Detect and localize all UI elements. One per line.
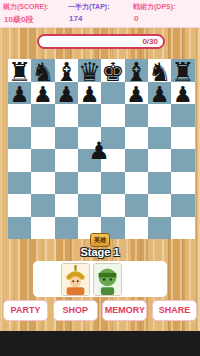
- black-knight[interactable]: ♞: [148, 62, 171, 82]
- footer-buttons: PARTY SHOP MEMORY SHARE: [0, 300, 200, 321]
- black-bishop[interactable]: ♝: [125, 62, 148, 82]
- black-pawn[interactable]: ♟: [56, 85, 76, 104]
- stat-score-value: 10級0段: [3, 14, 68, 25]
- hero-card-samurai[interactable]: [61, 263, 90, 296]
- board-cell: [8, 217, 31, 240]
- board-cell: ♟: [78, 82, 101, 105]
- board-cell: [148, 149, 171, 172]
- hero-badge[interactable]: 英雄: [90, 233, 110, 247]
- board-cell: [55, 194, 78, 217]
- board-cell: ♜: [171, 59, 194, 82]
- board-cell: [8, 149, 31, 172]
- board-cell: [55, 149, 78, 172]
- board-cell: ♞: [148, 59, 171, 82]
- board-cell: ♟: [148, 82, 171, 105]
- game-screen: 棋力(SCORE): 10級0段 一手力(TAP): 174 戦術力(DPS):…: [0, 0, 200, 356]
- board-cell: [78, 194, 101, 217]
- board-cell: [148, 194, 171, 217]
- stat-tap-label: 一手力(TAP):: [68, 2, 133, 12]
- ninja-icon: [94, 264, 121, 295]
- black-bishop[interactable]: ♝: [55, 62, 78, 82]
- party-button[interactable]: PARTY: [3, 300, 48, 321]
- board-cell: [125, 217, 148, 240]
- stage-label: Stage 1: [0, 246, 200, 258]
- board-cell: [31, 172, 54, 195]
- board-cell: [101, 104, 124, 127]
- board-cell: ♟: [125, 82, 148, 105]
- black-pawn[interactable]: ♟: [126, 85, 146, 104]
- board-cell: [55, 104, 78, 127]
- board-cell: [171, 217, 194, 240]
- progress-bar: 0/30: [37, 34, 165, 49]
- board-cell: ♝: [125, 59, 148, 82]
- advancing-black-pawn[interactable]: ♟: [88, 139, 110, 163]
- board-cell: [8, 194, 31, 217]
- board-cell: [101, 172, 124, 195]
- board-cell: ♟: [55, 82, 78, 105]
- black-pawn[interactable]: ♟: [173, 85, 193, 104]
- board-cell: [171, 104, 194, 127]
- board-cell: [171, 149, 194, 172]
- black-rook[interactable]: ♜: [171, 62, 194, 82]
- board-cell: [31, 217, 54, 240]
- board-cell: [101, 194, 124, 217]
- stat-dps-value: 0: [133, 14, 198, 23]
- black-knight[interactable]: ♞: [31, 62, 54, 82]
- board-cell: ♞: [31, 59, 54, 82]
- board-cell: ♟: [8, 82, 31, 105]
- stat-score: 棋力(SCORE): 10級0段: [3, 2, 68, 27]
- board-cell: [8, 172, 31, 195]
- board-cell: [148, 217, 171, 240]
- ad-banner: [0, 331, 200, 356]
- board-cell: ♛: [78, 59, 101, 82]
- board-cell: [101, 82, 124, 105]
- board-cell: ♝: [55, 59, 78, 82]
- memory-button[interactable]: MEMORY: [102, 300, 147, 321]
- black-rook[interactable]: ♜: [8, 62, 31, 82]
- stat-score-label: 棋力(SCORE):: [3, 2, 68, 12]
- progress-text: 0/30: [142, 36, 158, 47]
- board-cell: [125, 172, 148, 195]
- black-pawn[interactable]: ♟: [33, 85, 53, 104]
- black-pawn[interactable]: ♟: [80, 85, 100, 104]
- board-cell: [55, 172, 78, 195]
- black-queen[interactable]: ♛: [78, 62, 101, 82]
- board-cell: [148, 127, 171, 150]
- board-cell: [171, 172, 194, 195]
- board-cell: [78, 172, 101, 195]
- board-cell: [171, 127, 194, 150]
- board-cell: [8, 127, 31, 150]
- hero-card-ninja[interactable]: [93, 263, 122, 296]
- stat-dps-label: 戦術力(DPS):: [133, 2, 198, 12]
- board-cell: [125, 194, 148, 217]
- board-cell: [171, 194, 194, 217]
- board-cell: ♟: [31, 82, 54, 105]
- board-cell: [8, 104, 31, 127]
- board-cell: [55, 127, 78, 150]
- stat-tap: 一手力(TAP): 174: [68, 2, 133, 27]
- share-button[interactable]: SHARE: [152, 300, 197, 321]
- board-cell: ♟: [171, 82, 194, 105]
- board-cell: [125, 127, 148, 150]
- board-cell: [55, 217, 78, 240]
- shop-button[interactable]: SHOP: [53, 300, 98, 321]
- board-cell: [31, 127, 54, 150]
- board-cell: ♜: [8, 59, 31, 82]
- board-cell: [125, 149, 148, 172]
- board-cell: [31, 104, 54, 127]
- black-pawn[interactable]: ♟: [10, 85, 30, 104]
- stat-tap-value: 174: [68, 14, 133, 23]
- board-cell: [148, 172, 171, 195]
- black-pawn[interactable]: ♟: [150, 85, 170, 104]
- board-cell: [31, 194, 54, 217]
- board-cell: ♚: [101, 59, 124, 82]
- samurai-icon: [62, 264, 89, 295]
- stats-header: 棋力(SCORE): 10級0段 一手力(TAP): 174 戦術力(DPS):…: [0, 0, 200, 28]
- party-tray: [33, 261, 167, 297]
- black-king[interactable]: ♚: [101, 62, 124, 82]
- board-cell: [31, 149, 54, 172]
- board-cell: [148, 104, 171, 127]
- board-cell: [78, 104, 101, 127]
- board-cell: [125, 104, 148, 127]
- stat-dps: 戦術力(DPS): 0: [133, 2, 198, 27]
